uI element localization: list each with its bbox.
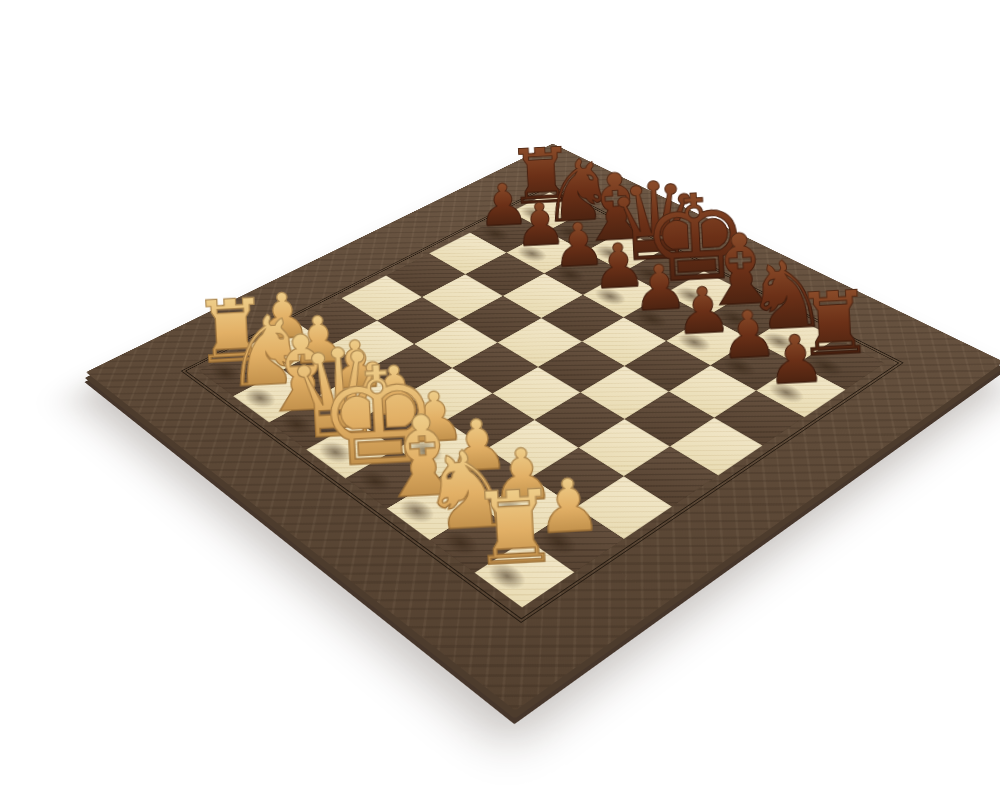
chess-board: ♜♞♝♛♚♝♞♜♟♟♟♟♟♟♟♟♟♟♟♟♟♟♟♟♜♞♝♛♚♝♞♜	[86, 144, 1000, 711]
piece-black-pawn[interactable]: ♟	[706, 322, 884, 397]
camera-roll-wrapper: ♜♞♝♛♚♝♞♜♟♟♟♟♟♟♟♟♟♟♟♟♟♟♟♟♜♞♝♛♚♝♞♜	[0, 0, 1000, 800]
square-h1[interactable]: ♜	[475, 539, 575, 607]
playing-area: ♜♞♝♛♚♝♞♜♟♟♟♟♟♟♟♟♟♟♟♟♟♟♟♟♜♞♝♛♚♝♞♜	[199, 192, 885, 607]
chess-set-photo: ♜♞♝♛♚♝♞♜♟♟♟♟♟♟♟♟♟♟♟♟♟♟♟♟♜♞♝♛♚♝♞♜	[0, 0, 1000, 800]
perspective-wrapper: ♜♞♝♛♚♝♞♜♟♟♟♟♟♟♟♟♟♟♟♟♟♟♟♟♜♞♝♛♚♝♞♜	[0, 0, 1000, 800]
piece-white-rook[interactable]: ♜	[414, 472, 617, 582]
board-frame: ♜♞♝♛♚♝♞♜♟♟♟♟♟♟♟♟♟♟♟♟♟♟♟♟♜♞♝♛♚♝♞♜	[86, 144, 1000, 711]
square-h7[interactable]: ♟	[757, 364, 846, 417]
